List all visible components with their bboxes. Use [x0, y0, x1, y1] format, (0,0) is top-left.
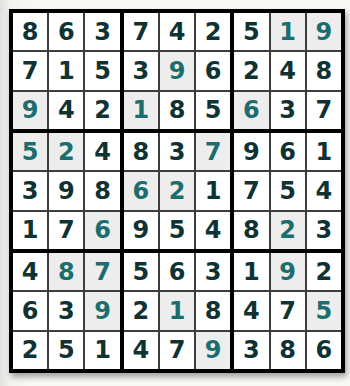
- cell-r7c3[interactable]: 7: [85, 253, 119, 290]
- cell-r2c6[interactable]: 6: [196, 52, 230, 89]
- cell-r3c7[interactable]: 6: [234, 92, 268, 129]
- cell-r4c4[interactable]: 8: [124, 133, 158, 170]
- cell-r9c1[interactable]: 2: [13, 332, 47, 369]
- cell-r8c7[interactable]: 4: [234, 292, 268, 329]
- cell-r8c2[interactable]: 3: [49, 292, 83, 329]
- sudoku-box-2: 742396185: [124, 13, 231, 129]
- cell-r2c8[interactable]: 4: [271, 52, 305, 89]
- cell-r2c2[interactable]: 1: [49, 52, 83, 89]
- cell-r8c5[interactable]: 1: [160, 292, 194, 329]
- cell-r3c1[interactable]: 9: [13, 92, 47, 129]
- cell-r6c1[interactable]: 1: [13, 212, 47, 249]
- cell-r8c9[interactable]: 5: [307, 292, 341, 329]
- cell-r2c1[interactable]: 7: [13, 52, 47, 89]
- cell-r1c3[interactable]: 3: [85, 13, 119, 50]
- cell-r9c6[interactable]: 9: [196, 332, 230, 369]
- cell-r4c2[interactable]: 2: [49, 133, 83, 170]
- cell-r1c5[interactable]: 4: [160, 13, 194, 50]
- cell-r3c3[interactable]: 2: [85, 92, 119, 129]
- cell-r2c5[interactable]: 9: [160, 52, 194, 89]
- cell-r7c4[interactable]: 5: [124, 253, 158, 290]
- cell-r1c9[interactable]: 9: [307, 13, 341, 50]
- cell-r9c8[interactable]: 8: [271, 332, 305, 369]
- cell-r7c7[interactable]: 1: [234, 253, 268, 290]
- cell-r3c4[interactable]: 1: [124, 92, 158, 129]
- cell-r7c8[interactable]: 9: [271, 253, 305, 290]
- cell-r4c6[interactable]: 7: [196, 133, 230, 170]
- cell-r9c2[interactable]: 5: [49, 332, 83, 369]
- cell-r1c1[interactable]: 8: [13, 13, 47, 50]
- cell-r8c3[interactable]: 9: [85, 292, 119, 329]
- cell-r6c3[interactable]: 6: [85, 212, 119, 249]
- cell-r6c2[interactable]: 7: [49, 212, 83, 249]
- cell-r1c6[interactable]: 2: [196, 13, 230, 50]
- cell-r3c6[interactable]: 5: [196, 92, 230, 129]
- cell-r7c6[interactable]: 3: [196, 253, 230, 290]
- cell-r9c7[interactable]: 3: [234, 332, 268, 369]
- cell-r4c1[interactable]: 5: [13, 133, 47, 170]
- sudoku-board: 8637159427423961855192486375243981768376…: [9, 9, 345, 373]
- cell-r4c3[interactable]: 4: [85, 133, 119, 170]
- cell-r1c4[interactable]: 7: [124, 13, 158, 50]
- cell-r6c7[interactable]: 8: [234, 212, 268, 249]
- cell-r5c8[interactable]: 5: [271, 172, 305, 209]
- cell-r6c5[interactable]: 5: [160, 212, 194, 249]
- cell-r6c6[interactable]: 4: [196, 212, 230, 249]
- cell-r4c5[interactable]: 3: [160, 133, 194, 170]
- cell-r9c5[interactable]: 7: [160, 332, 194, 369]
- cell-r8c8[interactable]: 7: [271, 292, 305, 329]
- cell-r7c1[interactable]: 4: [13, 253, 47, 290]
- cell-r5c4[interactable]: 6: [124, 172, 158, 209]
- cell-r5c9[interactable]: 4: [307, 172, 341, 209]
- sudoku-box-7: 487639251: [13, 253, 120, 369]
- cell-r5c2[interactable]: 9: [49, 172, 83, 209]
- cell-r3c5[interactable]: 8: [160, 92, 194, 129]
- cell-r9c4[interactable]: 4: [124, 332, 158, 369]
- cell-r8c1[interactable]: 6: [13, 292, 47, 329]
- cell-r1c7[interactable]: 5: [234, 13, 268, 50]
- cell-r5c7[interactable]: 7: [234, 172, 268, 209]
- cell-r8c4[interactable]: 2: [124, 292, 158, 329]
- cell-r5c1[interactable]: 3: [13, 172, 47, 209]
- cell-r7c2[interactable]: 8: [49, 253, 83, 290]
- sudoku-box-5: 837621954: [124, 133, 231, 249]
- cell-r1c8[interactable]: 1: [271, 13, 305, 50]
- cell-r4c7[interactable]: 9: [234, 133, 268, 170]
- sudoku-box-6: 961754823: [234, 133, 341, 249]
- sudoku-box-8: 563218479: [124, 253, 231, 369]
- cell-r7c5[interactable]: 6: [160, 253, 194, 290]
- cell-r6c8[interactable]: 2: [271, 212, 305, 249]
- cell-r3c2[interactable]: 4: [49, 92, 83, 129]
- cell-r2c9[interactable]: 8: [307, 52, 341, 89]
- cell-r4c8[interactable]: 6: [271, 133, 305, 170]
- sudoku-box-3: 519248637: [234, 13, 341, 129]
- cell-r4c9[interactable]: 1: [307, 133, 341, 170]
- cell-r2c3[interactable]: 5: [85, 52, 119, 89]
- cell-r5c5[interactable]: 2: [160, 172, 194, 209]
- cell-r1c2[interactable]: 6: [49, 13, 83, 50]
- cell-r3c9[interactable]: 7: [307, 92, 341, 129]
- sudoku-box-1: 863715942: [13, 13, 120, 129]
- cell-r5c6[interactable]: 1: [196, 172, 230, 209]
- cell-r2c4[interactable]: 3: [124, 52, 158, 89]
- sudoku-box-4: 524398176: [13, 133, 120, 249]
- sudoku-box-9: 192475386: [234, 253, 341, 369]
- cell-r5c3[interactable]: 8: [85, 172, 119, 209]
- cell-r6c4[interactable]: 9: [124, 212, 158, 249]
- cell-r9c3[interactable]: 1: [85, 332, 119, 369]
- cell-r2c7[interactable]: 2: [234, 52, 268, 89]
- cell-r3c8[interactable]: 3: [271, 92, 305, 129]
- cell-r7c9[interactable]: 2: [307, 253, 341, 290]
- cell-r6c9[interactable]: 3: [307, 212, 341, 249]
- cell-r8c6[interactable]: 8: [196, 292, 230, 329]
- cell-r9c9[interactable]: 6: [307, 332, 341, 369]
